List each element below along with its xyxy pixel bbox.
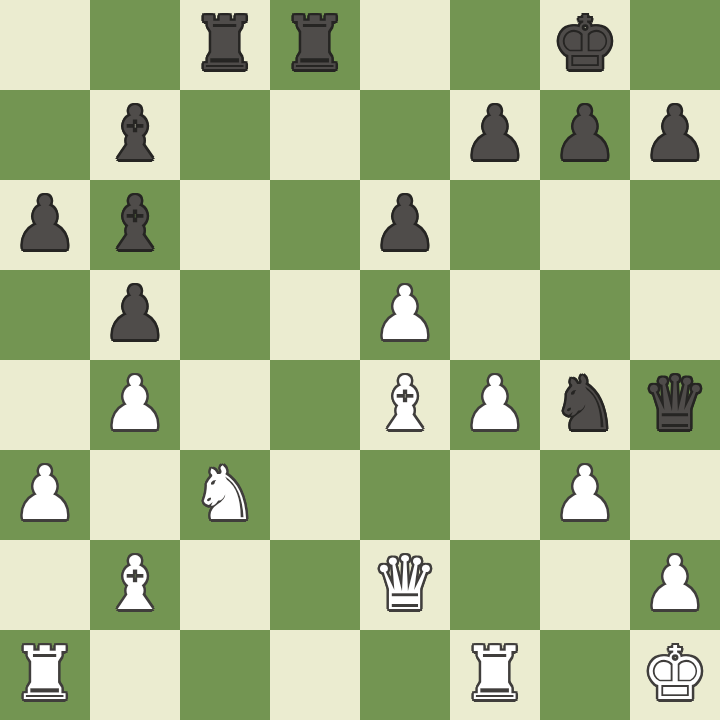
white-bishop-e4[interactable]: ♝ [372,358,438,448]
square-c4[interactable] [180,360,270,450]
white-queen-e2[interactable]: ♛ [372,538,438,628]
square-h2[interactable]: ♟ [630,540,720,630]
square-f8[interactable] [450,0,540,90]
white-pawn-g3[interactable]: ♟ [552,448,618,538]
square-d1[interactable] [270,630,360,720]
white-pawn-f4[interactable]: ♟ [462,358,528,448]
square-a1[interactable]: ♜ [0,630,90,720]
square-b8[interactable] [90,0,180,90]
square-h4[interactable]: ♛ [630,360,720,450]
square-d6[interactable] [270,180,360,270]
square-c7[interactable] [180,90,270,180]
white-rook-f1[interactable]: ♜ [462,628,528,718]
white-king-h1[interactable]: ♚ [642,628,708,718]
square-e8[interactable] [360,0,450,90]
black-queen-h4[interactable]: ♛ [642,358,708,448]
square-e6[interactable]: ♟ [360,180,450,270]
black-king-g8[interactable]: ♚ [552,0,618,88]
square-f1[interactable]: ♜ [450,630,540,720]
square-a4[interactable] [0,360,90,450]
square-c2[interactable] [180,540,270,630]
square-h5[interactable] [630,270,720,360]
black-knight-g4[interactable]: ♞ [552,358,618,448]
white-pawn-b4[interactable]: ♟ [102,358,168,448]
square-h8[interactable] [630,0,720,90]
chess-board: ♜♜♚♝♟♟♟♟♝♟♟♟♟♝♟♞♛♟♞♟♝♛♟♜♜♚ [0,0,720,720]
square-g7[interactable]: ♟ [540,90,630,180]
square-c6[interactable] [180,180,270,270]
square-g6[interactable] [540,180,630,270]
square-b3[interactable] [90,450,180,540]
black-bishop-b7[interactable]: ♝ [102,88,168,178]
square-g5[interactable] [540,270,630,360]
black-pawn-a6[interactable]: ♟ [12,178,78,268]
black-rook-c8[interactable]: ♜ [192,0,258,88]
square-b6[interactable]: ♝ [90,180,180,270]
square-g2[interactable] [540,540,630,630]
square-a8[interactable] [0,0,90,90]
square-c5[interactable] [180,270,270,360]
square-h7[interactable]: ♟ [630,90,720,180]
square-f6[interactable] [450,180,540,270]
square-a6[interactable]: ♟ [0,180,90,270]
square-d2[interactable] [270,540,360,630]
square-f4[interactable]: ♟ [450,360,540,450]
square-c3[interactable]: ♞ [180,450,270,540]
square-g4[interactable]: ♞ [540,360,630,450]
white-bishop-b2[interactable]: ♝ [102,538,168,628]
black-pawn-b5[interactable]: ♟ [102,268,168,358]
square-e2[interactable]: ♛ [360,540,450,630]
white-rook-a1[interactable]: ♜ [12,628,78,718]
white-knight-c3[interactable]: ♞ [192,448,258,538]
square-a5[interactable] [0,270,90,360]
square-g8[interactable]: ♚ [540,0,630,90]
black-pawn-h7[interactable]: ♟ [642,88,708,178]
white-pawn-a3[interactable]: ♟ [12,448,78,538]
square-f5[interactable] [450,270,540,360]
square-a3[interactable]: ♟ [0,450,90,540]
square-e7[interactable] [360,90,450,180]
square-e5[interactable]: ♟ [360,270,450,360]
black-pawn-e6[interactable]: ♟ [372,178,438,268]
square-e3[interactable] [360,450,450,540]
black-rook-d8[interactable]: ♜ [282,0,348,88]
square-c8[interactable]: ♜ [180,0,270,90]
square-a2[interactable] [0,540,90,630]
white-pawn-h2[interactable]: ♟ [642,538,708,628]
white-pawn-e5[interactable]: ♟ [372,268,438,358]
square-f3[interactable] [450,450,540,540]
square-b4[interactable]: ♟ [90,360,180,450]
square-f2[interactable] [450,540,540,630]
square-d3[interactable] [270,450,360,540]
square-g1[interactable] [540,630,630,720]
black-pawn-f7[interactable]: ♟ [462,88,528,178]
black-bishop-b6[interactable]: ♝ [102,178,168,268]
square-a7[interactable] [0,90,90,180]
square-d4[interactable] [270,360,360,450]
square-h1[interactable]: ♚ [630,630,720,720]
square-b1[interactable] [90,630,180,720]
square-h6[interactable] [630,180,720,270]
square-f7[interactable]: ♟ [450,90,540,180]
square-h3[interactable] [630,450,720,540]
square-g3[interactable]: ♟ [540,450,630,540]
square-b5[interactable]: ♟ [90,270,180,360]
black-pawn-g7[interactable]: ♟ [552,88,618,178]
square-c1[interactable] [180,630,270,720]
square-b2[interactable]: ♝ [90,540,180,630]
square-e4[interactable]: ♝ [360,360,450,450]
square-e1[interactable] [360,630,450,720]
square-d8[interactable]: ♜ [270,0,360,90]
square-b7[interactable]: ♝ [90,90,180,180]
square-d7[interactable] [270,90,360,180]
square-d5[interactable] [270,270,360,360]
